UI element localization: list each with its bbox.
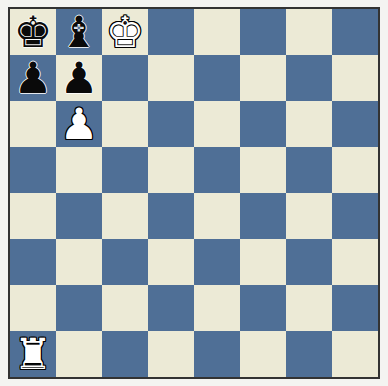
square-a3[interactable] [10, 239, 56, 285]
square-a6[interactable] [10, 101, 56, 147]
square-c7[interactable] [102, 55, 148, 101]
piece-white-rook[interactable]: ♜ [14, 331, 53, 377]
square-b6[interactable]: ♟ [56, 101, 102, 147]
square-f5[interactable] [240, 147, 286, 193]
square-e7[interactable] [194, 55, 240, 101]
square-d5[interactable] [148, 147, 194, 193]
square-h1[interactable] [332, 331, 378, 377]
square-g8[interactable] [286, 9, 332, 55]
square-d2[interactable] [148, 285, 194, 331]
square-b8[interactable]: ♝ [56, 9, 102, 55]
square-h6[interactable] [332, 101, 378, 147]
chess-board: ♚♝♚♟♟♟♜ [10, 9, 378, 377]
square-e3[interactable] [194, 239, 240, 285]
piece-black-bishop[interactable]: ♝ [60, 9, 99, 55]
piece-white-king[interactable]: ♚ [106, 9, 145, 55]
square-c1[interactable] [102, 331, 148, 377]
square-f6[interactable] [240, 101, 286, 147]
square-f7[interactable] [240, 55, 286, 101]
piece-black-pawn[interactable]: ♟ [60, 55, 99, 101]
square-f8[interactable] [240, 9, 286, 55]
square-f2[interactable] [240, 285, 286, 331]
square-e8[interactable] [194, 9, 240, 55]
square-f3[interactable] [240, 239, 286, 285]
square-a8[interactable]: ♚ [10, 9, 56, 55]
square-b1[interactable] [56, 331, 102, 377]
square-h8[interactable] [332, 9, 378, 55]
square-d4[interactable] [148, 193, 194, 239]
square-e2[interactable] [194, 285, 240, 331]
square-d1[interactable] [148, 331, 194, 377]
square-c6[interactable] [102, 101, 148, 147]
square-a5[interactable] [10, 147, 56, 193]
square-c4[interactable] [102, 193, 148, 239]
square-g7[interactable] [286, 55, 332, 101]
square-c5[interactable] [102, 147, 148, 193]
square-e1[interactable] [194, 331, 240, 377]
square-b4[interactable] [56, 193, 102, 239]
chess-app-window: ♚♝♚♟♟♟♜ [0, 0, 388, 386]
square-g4[interactable] [286, 193, 332, 239]
square-c8[interactable]: ♚ [102, 9, 148, 55]
square-e5[interactable] [194, 147, 240, 193]
square-b7[interactable]: ♟ [56, 55, 102, 101]
piece-white-pawn[interactable]: ♟ [60, 101, 99, 147]
square-a2[interactable] [10, 285, 56, 331]
square-b5[interactable] [56, 147, 102, 193]
square-b2[interactable] [56, 285, 102, 331]
square-d7[interactable] [148, 55, 194, 101]
square-a1[interactable]: ♜ [10, 331, 56, 377]
piece-black-pawn[interactable]: ♟ [14, 55, 53, 101]
square-a7[interactable]: ♟ [10, 55, 56, 101]
square-b3[interactable] [56, 239, 102, 285]
square-f4[interactable] [240, 193, 286, 239]
square-d8[interactable] [148, 9, 194, 55]
square-e6[interactable] [194, 101, 240, 147]
square-h7[interactable] [332, 55, 378, 101]
square-h4[interactable] [332, 193, 378, 239]
square-c2[interactable] [102, 285, 148, 331]
square-g1[interactable] [286, 331, 332, 377]
board-frame: ♚♝♚♟♟♟♜ [8, 7, 380, 379]
square-d3[interactable] [148, 239, 194, 285]
piece-black-king[interactable]: ♚ [14, 9, 53, 55]
square-g5[interactable] [286, 147, 332, 193]
square-c3[interactable] [102, 239, 148, 285]
square-g3[interactable] [286, 239, 332, 285]
square-h3[interactable] [332, 239, 378, 285]
square-d6[interactable] [148, 101, 194, 147]
square-a4[interactable] [10, 193, 56, 239]
square-h5[interactable] [332, 147, 378, 193]
square-g6[interactable] [286, 101, 332, 147]
square-g2[interactable] [286, 285, 332, 331]
square-e4[interactable] [194, 193, 240, 239]
square-h2[interactable] [332, 285, 378, 331]
square-f1[interactable] [240, 331, 286, 377]
